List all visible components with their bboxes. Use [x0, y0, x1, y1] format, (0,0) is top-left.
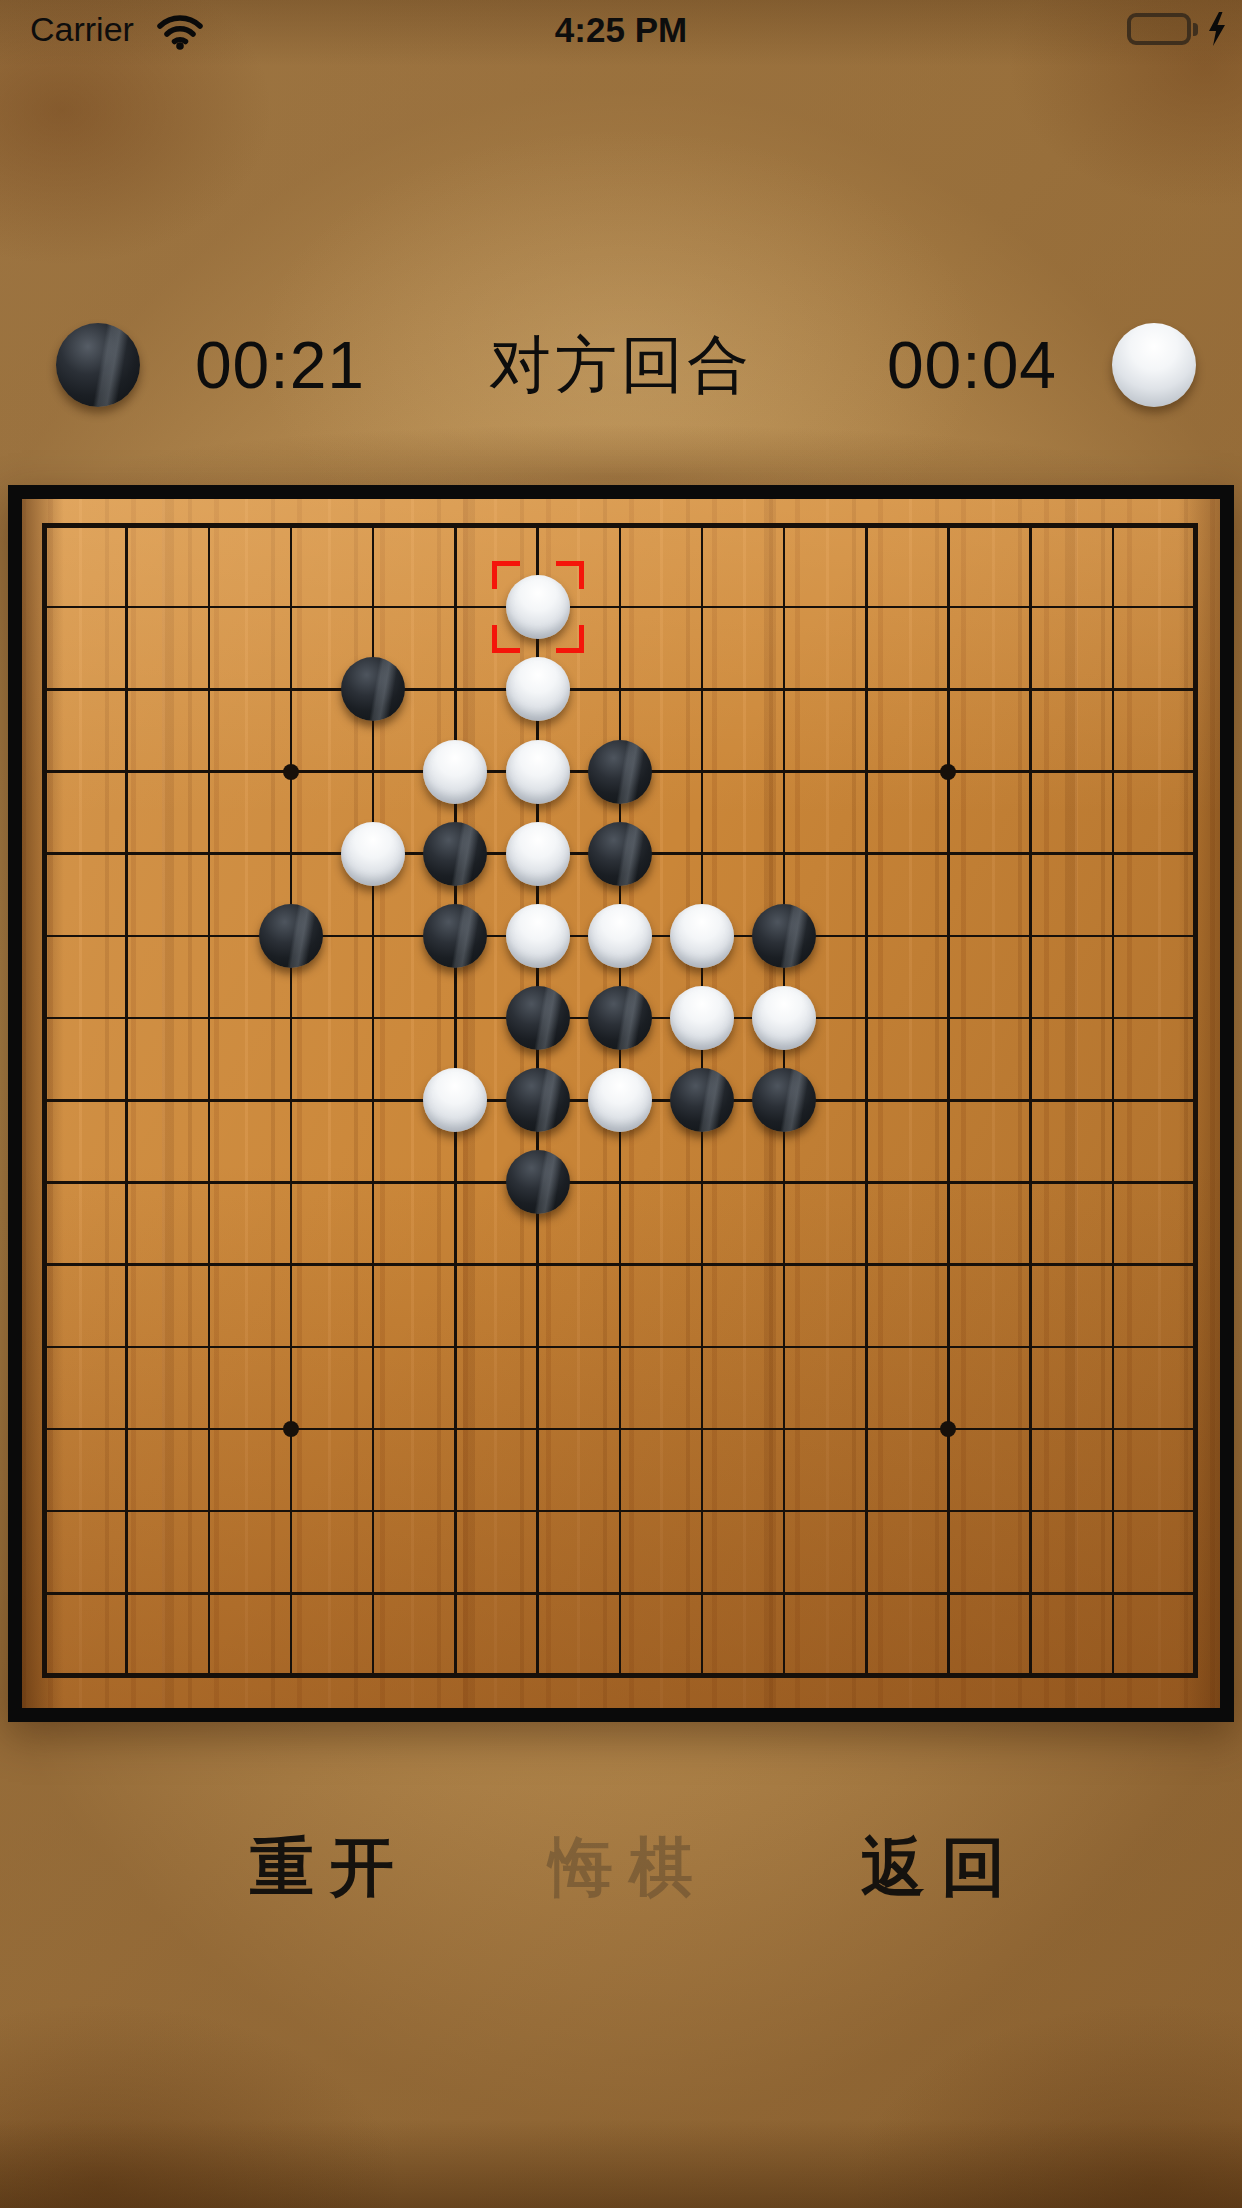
grid-line-horizontal: [42, 1673, 1198, 1678]
turn-header: 00:21 对方回合 00:04: [0, 310, 1242, 420]
marker-corner: [492, 625, 520, 653]
grid-line-horizontal: [42, 1592, 1198, 1595]
action-buttons: 重开 悔棋 返回: [0, 1822, 1242, 1912]
wifi-icon: [156, 12, 204, 50]
black-timer: 00:21: [195, 327, 365, 403]
stone-black: [588, 822, 652, 886]
stone-black: [506, 1068, 570, 1132]
stone-white: [588, 904, 652, 968]
back-button[interactable]: 返回: [861, 1822, 1021, 1912]
stone-black: [341, 657, 405, 721]
grid-line-horizontal: [42, 1510, 1198, 1513]
stone-black: [588, 986, 652, 1050]
star-point: [283, 1421, 299, 1437]
white-player-stone-icon: [1112, 323, 1196, 407]
board-frame: [8, 485, 1234, 1722]
grid-line-horizontal: [42, 1263, 1198, 1266]
turn-label: 对方回合: [489, 323, 753, 407]
last-move-marker: [492, 561, 584, 653]
grid-line-vertical: [947, 523, 950, 1679]
stone-black: [506, 1150, 570, 1214]
undo-button[interactable]: 悔棋: [549, 1822, 709, 1912]
charging-bolt-icon: [1206, 12, 1228, 46]
black-player-stone-icon: [56, 323, 140, 407]
stone-white: [506, 822, 570, 886]
grid-line-vertical: [1193, 523, 1198, 1679]
stone-white: [423, 1068, 487, 1132]
status-bar: Carrier 4:25 PM: [0, 0, 1242, 58]
stone-white: [506, 657, 570, 721]
marker-corner: [556, 625, 584, 653]
clock-label: 4:25 PM: [555, 10, 687, 50]
battery-icon: [1127, 13, 1191, 45]
marker-corner: [492, 561, 520, 589]
marker-corner: [556, 561, 584, 589]
gomoku-app-screen: Carrier 4:25 PM 00:21 对方回合 00:04 重开 悔棋 返…: [0, 0, 1242, 2208]
stone-white: [588, 1068, 652, 1132]
stone-black: [423, 822, 487, 886]
stone-white: [670, 904, 734, 968]
stone-white: [506, 904, 570, 968]
restart-button[interactable]: 重开: [250, 1822, 410, 1912]
battery-cap: [1193, 23, 1198, 36]
stone-white: [752, 986, 816, 1050]
star-point: [283, 764, 299, 780]
star-point: [940, 764, 956, 780]
stone-black: [506, 986, 570, 1050]
board-grid[interactable]: [45, 525, 1196, 1676]
battery-indicator: [1127, 12, 1228, 46]
carrier-label: Carrier: [30, 10, 134, 49]
grid-line-horizontal: [42, 1181, 1198, 1184]
grid-line-vertical: [1112, 523, 1115, 1679]
stone-white: [670, 986, 734, 1050]
stone-white: [506, 740, 570, 804]
stone-white: [423, 740, 487, 804]
star-point: [940, 1421, 956, 1437]
stone-white: [341, 822, 405, 886]
stone-black: [588, 740, 652, 804]
white-timer: 00:04: [887, 327, 1057, 403]
grid-line-vertical: [1029, 523, 1032, 1679]
stone-black: [670, 1068, 734, 1132]
grid-line-horizontal: [42, 1346, 1198, 1349]
stone-black: [752, 904, 816, 968]
grid-line-horizontal: [42, 1428, 1198, 1431]
stone-black: [423, 904, 487, 968]
grid-line-vertical: [865, 523, 868, 1679]
stone-black: [259, 904, 323, 968]
stone-black: [752, 1068, 816, 1132]
